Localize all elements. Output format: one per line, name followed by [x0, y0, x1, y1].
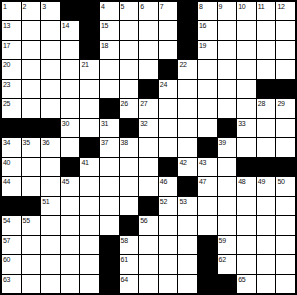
letter-cell[interactable]	[159, 275, 178, 293]
letter-cell[interactable]	[100, 197, 119, 215]
letter-cell[interactable]: 45	[61, 177, 80, 195]
letter-cell[interactable]	[80, 99, 99, 117]
letter-cell[interactable]	[218, 197, 237, 215]
clue-number: 24	[160, 80, 167, 89]
letter-cell[interactable]	[237, 255, 256, 273]
letter-cell[interactable]: 43	[198, 158, 217, 176]
clue-number: 48	[238, 177, 245, 186]
letter-cell[interactable]	[41, 41, 60, 59]
letter-cell[interactable]	[237, 41, 256, 59]
letter-cell[interactable]	[61, 80, 80, 98]
clue-number: 27	[140, 99, 147, 108]
letter-cell[interactable]	[257, 255, 276, 273]
block-cell	[257, 80, 276, 98]
letter-cell[interactable]	[257, 236, 276, 254]
letter-cell[interactable]: 6	[139, 2, 158, 20]
letter-cell[interactable]: 18	[100, 41, 119, 59]
letter-cell[interactable]	[276, 255, 295, 273]
block-cell	[100, 99, 119, 117]
letter-cell[interactable]: 14	[61, 21, 80, 39]
letter-cell[interactable]	[198, 99, 217, 117]
clue-number: 7	[160, 2, 164, 11]
letter-cell[interactable]	[159, 119, 178, 137]
block-cell	[80, 2, 99, 20]
block-cell	[178, 177, 197, 195]
block-cell	[100, 255, 119, 273]
letter-cell[interactable]: 1	[2, 2, 21, 20]
clue-number: 10	[238, 2, 245, 11]
letter-cell[interactable]	[61, 216, 80, 234]
letter-cell[interactable]	[257, 60, 276, 78]
letter-cell[interactable]	[100, 60, 119, 78]
letter-cell[interactable]: 21	[80, 60, 99, 78]
letter-cell[interactable]	[80, 236, 99, 254]
clue-number: 19	[199, 41, 206, 50]
letter-cell[interactable]	[61, 60, 80, 78]
letter-cell[interactable]	[178, 275, 197, 293]
block-cell	[139, 80, 158, 98]
block-cell	[218, 275, 237, 293]
clue-number: 47	[199, 177, 206, 186]
letter-cell[interactable]	[237, 60, 256, 78]
letter-cell[interactable]	[41, 236, 60, 254]
letter-cell[interactable]: 53	[178, 197, 197, 215]
letter-cell[interactable]: 26	[120, 99, 139, 117]
block-cell	[276, 80, 295, 98]
letter-cell[interactable]	[22, 255, 41, 273]
letter-cell[interactable]: 58	[120, 236, 139, 254]
block-cell	[80, 41, 99, 59]
letter-cell[interactable]	[120, 197, 139, 215]
block-cell	[120, 119, 139, 137]
clue-number: 21	[81, 60, 88, 69]
block-cell	[178, 21, 197, 39]
letter-cell[interactable]	[22, 21, 41, 39]
block-cell	[159, 158, 178, 176]
letter-cell[interactable]	[139, 177, 158, 195]
block-cell	[22, 197, 41, 215]
letter-cell[interactable]	[22, 158, 41, 176]
block-cell	[41, 119, 60, 137]
letter-cell[interactable]: 29	[276, 99, 295, 117]
letter-cell[interactable]	[139, 255, 158, 273]
letter-cell[interactable]	[276, 41, 295, 59]
clue-number: 3	[42, 2, 46, 11]
block-cell	[257, 158, 276, 176]
letter-cell[interactable]	[257, 216, 276, 234]
clue-number: 5	[121, 2, 125, 11]
letter-cell[interactable]	[257, 275, 276, 293]
letter-cell[interactable]	[178, 138, 197, 156]
letter-cell[interactable]	[198, 197, 217, 215]
letter-cell[interactable]: 16	[198, 21, 217, 39]
letter-cell[interactable]	[178, 99, 197, 117]
clue-number: 58	[121, 236, 128, 245]
clue-number: 31	[101, 119, 108, 128]
clue-number: 14	[62, 21, 69, 30]
block-cell	[178, 2, 197, 20]
clue-number: 56	[140, 216, 147, 225]
letter-cell[interactable]	[100, 158, 119, 176]
clue-number: 63	[3, 275, 10, 284]
letter-cell[interactable]: 13	[2, 21, 21, 39]
letter-cell[interactable]	[237, 197, 256, 215]
block-cell	[61, 158, 80, 176]
letter-cell[interactable]	[198, 216, 217, 234]
clue-number: 50	[277, 177, 284, 186]
block-cell	[120, 216, 139, 234]
letter-cell[interactable]	[100, 216, 119, 234]
clue-number: 28	[258, 99, 265, 108]
letter-cell[interactable]: 44	[2, 177, 21, 195]
clue-number: 2	[23, 2, 27, 11]
letter-cell[interactable]	[218, 80, 237, 98]
letter-cell[interactable]: 61	[120, 255, 139, 273]
letter-cell[interactable]: 37	[100, 138, 119, 156]
letter-cell[interactable]	[61, 197, 80, 215]
clue-number: 32	[140, 119, 147, 128]
letter-cell[interactable]: 64	[120, 275, 139, 293]
letter-cell[interactable]	[61, 99, 80, 117]
letter-cell[interactable]: 23	[2, 80, 21, 98]
block-cell	[61, 2, 80, 20]
letter-cell[interactable]	[41, 216, 60, 234]
letter-cell[interactable]	[257, 197, 276, 215]
letter-cell[interactable]	[218, 21, 237, 39]
letter-cell[interactable]	[22, 177, 41, 195]
letter-cell[interactable]	[198, 60, 217, 78]
letter-cell[interactable]	[120, 158, 139, 176]
letter-cell[interactable]: 35	[22, 138, 41, 156]
letter-cell[interactable]	[178, 80, 197, 98]
clue-number: 23	[3, 80, 10, 89]
letter-cell[interactable]: 62	[218, 255, 237, 273]
clue-number: 30	[62, 119, 69, 128]
block-cell	[80, 138, 99, 156]
letter-cell[interactable]: 34	[2, 138, 21, 156]
letter-cell[interactable]	[139, 41, 158, 59]
letter-cell[interactable]: 10	[237, 2, 256, 20]
block-cell	[237, 158, 256, 176]
letter-cell[interactable]	[237, 216, 256, 234]
letter-cell[interactable]	[178, 119, 197, 137]
letter-cell[interactable]	[178, 236, 197, 254]
letter-cell[interactable]	[22, 41, 41, 59]
letter-cell[interactable]: 22	[178, 60, 197, 78]
letter-cell[interactable]	[276, 236, 295, 254]
letter-cell[interactable]	[218, 177, 237, 195]
letter-cell[interactable]: 54	[2, 216, 21, 234]
letter-cell[interactable]	[257, 138, 276, 156]
letter-cell[interactable]: 20	[2, 60, 21, 78]
clue-number: 15	[101, 21, 108, 30]
clue-number: 36	[42, 138, 49, 147]
letter-cell[interactable]	[198, 80, 217, 98]
clue-number: 61	[121, 255, 128, 264]
letter-cell[interactable]: 50	[276, 177, 295, 195]
letter-cell[interactable]: 7	[159, 2, 178, 20]
letter-cell[interactable]	[61, 255, 80, 273]
letter-cell[interactable]	[120, 80, 139, 98]
clue-number: 65	[238, 275, 245, 284]
letter-cell[interactable]: 5	[120, 2, 139, 20]
letter-cell[interactable]	[41, 80, 60, 98]
letter-cell[interactable]	[159, 21, 178, 39]
letter-cell[interactable]: 4	[100, 2, 119, 20]
letter-cell[interactable]	[218, 216, 237, 234]
clue-number: 12	[277, 2, 284, 11]
letter-cell[interactable]	[120, 41, 139, 59]
block-cell	[159, 60, 178, 78]
clue-number: 35	[23, 138, 30, 147]
block-cell	[198, 138, 217, 156]
letter-cell[interactable]: 41	[80, 158, 99, 176]
letter-cell[interactable]	[80, 119, 99, 137]
clue-number: 1	[3, 2, 7, 11]
letter-cell[interactable]: 32	[139, 119, 158, 137]
clue-number: 41	[81, 158, 88, 167]
clue-number: 16	[199, 21, 206, 30]
block-cell	[2, 197, 21, 215]
letter-cell[interactable]	[218, 158, 237, 176]
letter-cell[interactable]	[159, 216, 178, 234]
letter-cell[interactable]	[257, 21, 276, 39]
letter-cell[interactable]	[159, 255, 178, 273]
letter-cell[interactable]: 9	[218, 2, 237, 20]
clue-number: 46	[160, 177, 167, 186]
letter-cell[interactable]	[80, 255, 99, 273]
letter-cell[interactable]: 27	[139, 99, 158, 117]
letter-cell[interactable]: 59	[218, 236, 237, 254]
letter-cell[interactable]: 12	[276, 2, 295, 20]
clue-number: 8	[199, 2, 203, 11]
letter-cell[interactable]: 36	[41, 138, 60, 156]
letter-cell[interactable]	[61, 236, 80, 254]
letter-cell[interactable]	[80, 177, 99, 195]
clue-number: 13	[3, 21, 10, 30]
letter-cell[interactable]	[159, 99, 178, 117]
block-cell	[139, 197, 158, 215]
block-cell	[198, 275, 217, 293]
letter-cell[interactable]	[159, 41, 178, 59]
letter-cell[interactable]	[218, 60, 237, 78]
letter-cell[interactable]	[276, 275, 295, 293]
letter-cell[interactable]	[276, 138, 295, 156]
letter-cell[interactable]: 2	[22, 2, 41, 20]
letter-cell[interactable]: 24	[159, 80, 178, 98]
block-cell	[276, 158, 295, 176]
clue-number: 17	[3, 41, 10, 50]
letter-cell[interactable]: 46	[159, 177, 178, 195]
clue-number: 54	[3, 216, 10, 225]
letter-cell[interactable]: 17	[2, 41, 21, 59]
letter-cell[interactable]	[22, 236, 41, 254]
letter-cell[interactable]	[61, 138, 80, 156]
letter-cell[interactable]	[80, 275, 99, 293]
letter-cell[interactable]	[178, 255, 197, 273]
letter-cell[interactable]	[120, 177, 139, 195]
block-cell	[218, 119, 237, 137]
clue-number: 64	[121, 275, 128, 284]
letter-cell[interactable]: 49	[257, 177, 276, 195]
letter-cell[interactable]: 51	[41, 197, 60, 215]
letter-cell[interactable]	[41, 60, 60, 78]
clue-number: 22	[179, 60, 186, 69]
letter-cell[interactable]	[100, 80, 119, 98]
letter-cell[interactable]	[276, 21, 295, 39]
letter-cell[interactable]	[178, 216, 197, 234]
clue-number: 49	[258, 177, 265, 186]
letter-cell[interactable]	[276, 197, 295, 215]
letter-cell[interactable]	[257, 41, 276, 59]
block-cell	[198, 236, 217, 254]
letter-cell[interactable]	[100, 177, 119, 195]
block-cell	[178, 41, 197, 59]
letter-cell[interactable]: 63	[2, 275, 21, 293]
letter-cell[interactable]	[159, 236, 178, 254]
clue-number: 29	[277, 99, 284, 108]
clue-number: 45	[62, 177, 69, 186]
letter-cell[interactable]: 39	[218, 138, 237, 156]
clue-number: 4	[101, 2, 105, 11]
letter-cell[interactable]	[22, 99, 41, 117]
letter-cell[interactable]: 3	[41, 2, 60, 20]
letter-cell[interactable]	[218, 41, 237, 59]
letter-cell[interactable]	[139, 60, 158, 78]
letter-cell[interactable]	[198, 119, 217, 137]
letter-cell[interactable]	[276, 119, 295, 137]
letter-cell[interactable]: 60	[2, 255, 21, 273]
clue-number: 43	[199, 158, 206, 167]
clue-number: 44	[3, 177, 10, 186]
letter-cell[interactable]: 19	[198, 41, 217, 59]
letter-cell[interactable]	[120, 21, 139, 39]
clue-number: 60	[3, 255, 10, 264]
letter-cell[interactable]	[80, 216, 99, 234]
crossword-board: 1234567891011121314151617181920212223242…	[0, 0, 297, 295]
letter-cell[interactable]	[120, 60, 139, 78]
letter-cell[interactable]	[139, 158, 158, 176]
letter-cell[interactable]	[80, 197, 99, 215]
letter-cell[interactable]: 31	[100, 119, 119, 137]
letter-cell[interactable]: 55	[22, 216, 41, 234]
letter-cell[interactable]: 48	[237, 177, 256, 195]
letter-cell[interactable]	[41, 177, 60, 195]
clue-number: 52	[160, 197, 167, 206]
letter-cell[interactable]	[139, 21, 158, 39]
letter-cell[interactable]: 40	[2, 158, 21, 176]
letter-cell[interactable]	[257, 119, 276, 137]
letter-cell[interactable]	[139, 236, 158, 254]
letter-cell[interactable]	[237, 138, 256, 156]
letter-cell[interactable]: 47	[198, 177, 217, 195]
clue-number: 53	[179, 197, 186, 206]
clue-number: 25	[3, 99, 10, 108]
block-cell	[100, 236, 119, 254]
letter-cell[interactable]	[22, 60, 41, 78]
letter-cell[interactable]: 11	[257, 2, 276, 20]
letter-cell[interactable]	[276, 60, 295, 78]
clue-number: 33	[238, 119, 245, 128]
letter-cell[interactable]	[22, 80, 41, 98]
clue-number: 37	[101, 138, 108, 147]
clue-number: 26	[121, 99, 128, 108]
letter-cell[interactable]	[41, 21, 60, 39]
clue-number: 11	[258, 2, 265, 11]
clue-number: 6	[140, 2, 144, 11]
letter-cell[interactable]	[237, 99, 256, 117]
clue-number: 59	[219, 236, 226, 245]
letter-cell[interactable]	[139, 138, 158, 156]
letter-cell[interactable]: 28	[257, 99, 276, 117]
block-cell	[198, 255, 217, 273]
letter-cell[interactable]: 25	[2, 99, 21, 117]
letter-cell[interactable]: 56	[139, 216, 158, 234]
clue-number: 18	[101, 41, 108, 50]
letter-cell[interactable]	[139, 275, 158, 293]
letter-cell[interactable]	[22, 275, 41, 293]
letter-cell[interactable]: 15	[100, 21, 119, 39]
block-cell	[80, 21, 99, 39]
clue-number: 34	[3, 138, 10, 147]
clue-number: 55	[23, 216, 30, 225]
clue-number: 9	[219, 2, 223, 11]
block-cell	[100, 275, 119, 293]
letter-cell[interactable]	[61, 275, 80, 293]
letter-cell[interactable]: 65	[237, 275, 256, 293]
clue-number: 39	[219, 138, 226, 147]
clue-number: 62	[219, 255, 226, 264]
letter-cell[interactable]	[237, 21, 256, 39]
letter-cell[interactable]	[276, 216, 295, 234]
letter-cell[interactable]	[237, 80, 256, 98]
letter-cell[interactable]: 57	[2, 236, 21, 254]
letter-cell[interactable]: 33	[237, 119, 256, 137]
clue-number: 38	[121, 138, 128, 147]
letter-cell[interactable]	[218, 99, 237, 117]
block-cell	[2, 119, 21, 137]
letter-cell[interactable]	[41, 255, 60, 273]
clue-number: 42	[179, 158, 186, 167]
clue-number: 51	[42, 197, 49, 206]
letter-cell[interactable]	[41, 275, 60, 293]
letter-cell[interactable]	[237, 236, 256, 254]
letter-cell[interactable]	[159, 138, 178, 156]
letter-cell[interactable]: 52	[159, 197, 178, 215]
letter-cell[interactable]	[41, 99, 60, 117]
block-cell	[22, 119, 41, 137]
clue-number: 20	[3, 60, 10, 69]
clue-number: 40	[3, 158, 10, 167]
letter-cell[interactable]: 42	[178, 158, 197, 176]
letter-cell[interactable]	[61, 41, 80, 59]
letter-cell[interactable]	[41, 158, 60, 176]
letter-cell[interactable]: 8	[198, 2, 217, 20]
letter-cell[interactable]	[80, 80, 99, 98]
clue-number: 57	[3, 236, 10, 245]
letter-cell[interactable]: 30	[61, 119, 80, 137]
letter-cell[interactable]: 38	[120, 138, 139, 156]
